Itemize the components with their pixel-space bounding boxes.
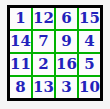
cell-r1c3: 6 bbox=[56, 8, 77, 29]
cell-r3c4: 5 bbox=[79, 54, 100, 75]
cell-r4c4: 10 bbox=[79, 77, 100, 98]
magic-square-board: 11261514794112165813310 bbox=[7, 5, 103, 101]
cell-r2c3: 9 bbox=[56, 31, 77, 52]
cell-r2c4: 4 bbox=[79, 31, 100, 52]
cell-r3c2: 2 bbox=[33, 54, 54, 75]
cell-r1c4: 15 bbox=[79, 8, 100, 29]
cell-r2c2: 7 bbox=[33, 31, 54, 52]
cell-r4c1: 8 bbox=[10, 77, 31, 98]
cell-r3c3: 16 bbox=[56, 54, 77, 75]
cell-r2c1: 14 bbox=[10, 31, 31, 52]
cell-r3c1: 11 bbox=[10, 54, 31, 75]
cell-r4c3: 3 bbox=[56, 77, 77, 98]
cell-r1c2: 12 bbox=[33, 8, 54, 29]
cell-r1c1: 1 bbox=[10, 8, 31, 29]
cell-r4c2: 13 bbox=[33, 77, 54, 98]
